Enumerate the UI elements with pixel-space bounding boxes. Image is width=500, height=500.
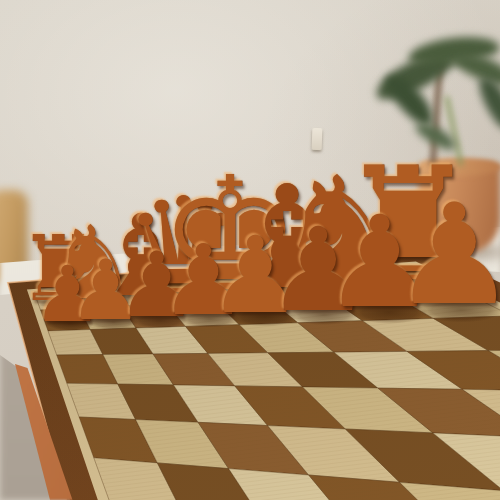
piece-black-pawn-h7[interactable]: ♟ <box>392 187 500 326</box>
photo-scene: ♜♞♝♛♚♝♞♜♟♟♟♟♟♟♟♟ <box>0 0 500 500</box>
